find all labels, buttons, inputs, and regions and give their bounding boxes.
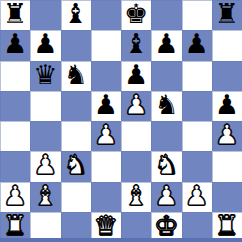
piece-white-rook[interactable]: ♜ — [3, 211, 27, 241]
square-e5[interactable]: ♟ — [121, 91, 151, 121]
square-e6[interactable]: ♟ — [121, 61, 151, 91]
piece-black-king[interactable]: ♚ — [124, 0, 148, 29]
piece-black-pawn[interactable]: ♟ — [94, 90, 118, 120]
square-d6[interactable] — [91, 61, 121, 91]
piece-black-rook[interactable]: ♜ — [215, 0, 239, 29]
square-a6[interactable] — [0, 61, 30, 91]
square-c3[interactable]: ♞ — [61, 151, 91, 181]
square-e1[interactable] — [121, 212, 151, 242]
square-a1[interactable]: ♜ — [0, 212, 30, 242]
square-b2[interactable]: ♝ — [30, 182, 60, 212]
square-e8[interactable]: ♚ — [121, 0, 151, 30]
piece-black-knight[interactable]: ♞ — [64, 60, 88, 90]
square-c8[interactable]: ♝ — [61, 0, 91, 30]
chess-board-container: ♜♝♚♜♟♟♝♟♟♛♞♟♟♟♞♟♟♟♟♞♞♟♝♝♟♟♜♛♚♜ — [0, 0, 242, 242]
square-h2[interactable] — [212, 182, 242, 212]
square-d1[interactable]: ♛ — [91, 212, 121, 242]
piece-white-pawn[interactable]: ♟ — [154, 181, 178, 211]
square-f1[interactable]: ♚ — [151, 212, 181, 242]
square-a7[interactable]: ♟ — [0, 30, 30, 60]
square-d5[interactable]: ♟ — [91, 91, 121, 121]
piece-black-knight[interactable]: ♞ — [154, 90, 178, 120]
piece-white-pawn[interactable]: ♟ — [3, 181, 27, 211]
piece-black-pawn[interactable]: ♟ — [215, 90, 239, 120]
piece-black-pawn[interactable]: ♟ — [154, 29, 178, 59]
piece-white-bishop[interactable]: ♝ — [33, 181, 57, 211]
square-g4[interactable] — [182, 121, 212, 151]
square-e7[interactable]: ♝ — [121, 30, 151, 60]
square-g6[interactable] — [182, 61, 212, 91]
square-d2[interactable] — [91, 182, 121, 212]
square-c6[interactable]: ♞ — [61, 61, 91, 91]
piece-black-pawn[interactable]: ♟ — [3, 29, 27, 59]
square-c4[interactable] — [61, 121, 91, 151]
square-d3[interactable] — [91, 151, 121, 181]
square-f7[interactable]: ♟ — [151, 30, 181, 60]
square-c1[interactable] — [61, 212, 91, 242]
square-g3[interactable] — [182, 151, 212, 181]
piece-black-rook[interactable]: ♜ — [3, 0, 27, 29]
square-a8[interactable]: ♜ — [0, 0, 30, 30]
piece-black-bishop[interactable]: ♝ — [124, 29, 148, 59]
piece-black-queen[interactable]: ♛ — [33, 60, 57, 90]
square-f3[interactable]: ♞ — [151, 151, 181, 181]
square-h6[interactable] — [212, 61, 242, 91]
piece-white-bishop[interactable]: ♝ — [124, 181, 148, 211]
piece-white-pawn[interactable]: ♟ — [94, 120, 118, 150]
square-a4[interactable] — [0, 121, 30, 151]
piece-black-pawn[interactable]: ♟ — [33, 29, 57, 59]
square-f5[interactable]: ♞ — [151, 91, 181, 121]
square-b5[interactable] — [30, 91, 60, 121]
square-h3[interactable] — [212, 151, 242, 181]
square-a2[interactable]: ♟ — [0, 182, 30, 212]
square-g2[interactable]: ♟ — [182, 182, 212, 212]
square-d7[interactable] — [91, 30, 121, 60]
piece-white-pawn[interactable]: ♟ — [33, 150, 57, 180]
square-b4[interactable] — [30, 121, 60, 151]
square-b8[interactable] — [30, 0, 60, 30]
square-f8[interactable] — [151, 0, 181, 30]
square-h5[interactable]: ♟ — [212, 91, 242, 121]
piece-black-bishop[interactable]: ♝ — [64, 0, 88, 29]
square-h8[interactable]: ♜ — [212, 0, 242, 30]
square-h7[interactable] — [212, 30, 242, 60]
square-g7[interactable]: ♟ — [182, 30, 212, 60]
piece-white-pawn[interactable]: ♟ — [124, 90, 148, 120]
square-a3[interactable] — [0, 151, 30, 181]
piece-black-pawn[interactable]: ♟ — [124, 60, 148, 90]
piece-white-queen[interactable]: ♛ — [94, 211, 118, 241]
square-b1[interactable] — [30, 212, 60, 242]
square-g1[interactable] — [182, 212, 212, 242]
piece-white-pawn[interactable]: ♟ — [215, 120, 239, 150]
piece-white-knight[interactable]: ♞ — [154, 150, 178, 180]
square-a5[interactable] — [0, 91, 30, 121]
square-d8[interactable] — [91, 0, 121, 30]
square-g5[interactable] — [182, 91, 212, 121]
square-e4[interactable] — [121, 121, 151, 151]
square-c7[interactable] — [61, 30, 91, 60]
square-b6[interactable]: ♛ — [30, 61, 60, 91]
piece-white-knight[interactable]: ♞ — [64, 150, 88, 180]
square-b7[interactable]: ♟ — [30, 30, 60, 60]
piece-white-rook[interactable]: ♜ — [215, 211, 239, 241]
chess-board: ♜♝♚♜♟♟♝♟♟♛♞♟♟♟♞♟♟♟♟♞♞♟♝♝♟♟♜♛♚♜ — [0, 0, 242, 242]
square-b3[interactable]: ♟ — [30, 151, 60, 181]
square-f6[interactable] — [151, 61, 181, 91]
square-f4[interactable] — [151, 121, 181, 151]
square-f2[interactable]: ♟ — [151, 182, 181, 212]
square-d4[interactable]: ♟ — [91, 121, 121, 151]
square-c5[interactable] — [61, 91, 91, 121]
square-e2[interactable]: ♝ — [121, 182, 151, 212]
piece-white-king[interactable]: ♚ — [154, 211, 178, 241]
piece-black-pawn[interactable]: ♟ — [185, 29, 209, 59]
square-c2[interactable] — [61, 182, 91, 212]
square-h4[interactable]: ♟ — [212, 121, 242, 151]
square-e3[interactable] — [121, 151, 151, 181]
piece-white-pawn[interactable]: ♟ — [185, 181, 209, 211]
square-g8[interactable] — [182, 0, 212, 30]
square-h1[interactable]: ♜ — [212, 212, 242, 242]
